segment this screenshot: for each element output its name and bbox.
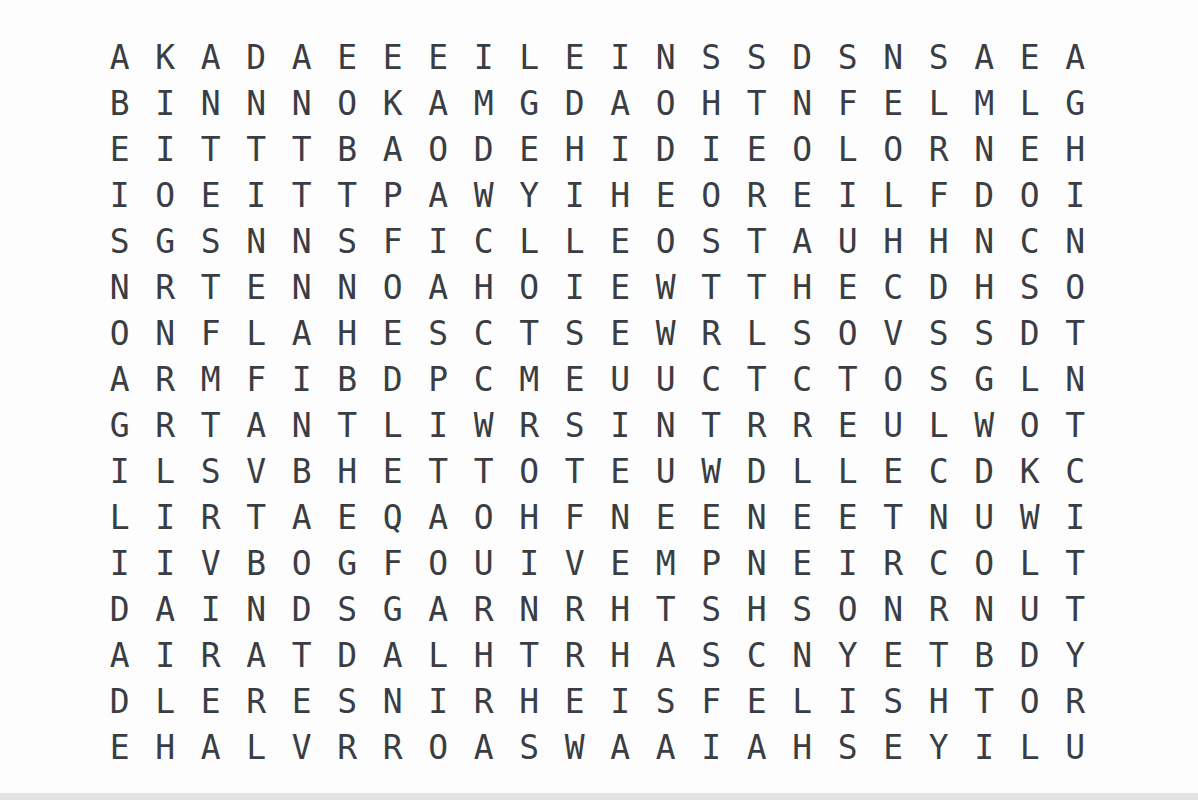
grid-cell[interactable]: L <box>97 494 143 540</box>
grid-cell[interactable]: S <box>780 310 826 356</box>
grid-cell[interactable]: T <box>416 448 462 494</box>
grid-cell[interactable]: I <box>97 540 143 586</box>
grid-cell[interactable]: N <box>279 218 325 264</box>
grid-cell[interactable]: A <box>416 172 462 218</box>
grid-cell[interactable]: N <box>598 494 644 540</box>
grid-cell[interactable]: O <box>416 724 462 770</box>
grid-cell[interactable]: A <box>461 724 507 770</box>
grid-cell[interactable]: K <box>1007 448 1053 494</box>
grid-cell[interactable]: U <box>598 356 644 402</box>
grid-cell[interactable]: I <box>416 402 462 448</box>
grid-cell[interactable]: G <box>507 80 553 126</box>
grid-cell[interactable]: O <box>97 310 143 356</box>
grid-cell[interactable]: T <box>734 80 780 126</box>
grid-cell[interactable]: P <box>370 172 416 218</box>
grid-cell[interactable]: H <box>461 264 507 310</box>
grid-cell[interactable]: L <box>416 632 462 678</box>
grid-cell[interactable]: A <box>188 34 234 80</box>
grid-cell[interactable]: E <box>325 34 371 80</box>
grid-cell[interactable]: D <box>461 126 507 172</box>
grid-cell[interactable]: H <box>598 586 644 632</box>
grid-cell[interactable]: N <box>279 264 325 310</box>
grid-cell[interactable]: L <box>825 126 871 172</box>
grid-cell[interactable]: W <box>1007 494 1053 540</box>
grid-cell[interactable]: R <box>734 402 780 448</box>
grid-cell[interactable]: S <box>689 34 735 80</box>
grid-cell[interactable]: I <box>552 172 598 218</box>
grid-cell[interactable]: H <box>734 586 780 632</box>
grid-cell[interactable]: A <box>234 402 280 448</box>
grid-cell[interactable]: S <box>325 218 371 264</box>
grid-cell[interactable]: U <box>962 494 1008 540</box>
grid-cell[interactable]: S <box>825 724 871 770</box>
grid-cell[interactable]: S <box>416 310 462 356</box>
grid-cell[interactable]: E <box>416 34 462 80</box>
grid-cell[interactable]: D <box>916 264 962 310</box>
grid-cell[interactable]: R <box>871 540 917 586</box>
grid-cell[interactable]: B <box>234 540 280 586</box>
grid-cell[interactable]: H <box>325 310 371 356</box>
grid-cell[interactable]: I <box>143 80 189 126</box>
grid-cell[interactable]: B <box>279 448 325 494</box>
grid-cell[interactable]: C <box>916 540 962 586</box>
grid-cell[interactable]: B <box>962 632 1008 678</box>
grid-cell[interactable]: U <box>1053 724 1099 770</box>
grid-cell[interactable]: F <box>188 310 234 356</box>
grid-cell[interactable]: E <box>370 310 416 356</box>
grid-cell[interactable]: D <box>370 356 416 402</box>
grid-cell[interactable]: T <box>734 264 780 310</box>
grid-cell[interactable]: S <box>552 402 598 448</box>
grid-cell[interactable]: C <box>689 356 735 402</box>
grid-cell[interactable]: O <box>643 218 689 264</box>
grid-cell[interactable]: H <box>507 678 553 724</box>
grid-cell[interactable]: D <box>325 632 371 678</box>
grid-cell[interactable]: V <box>234 448 280 494</box>
grid-cell[interactable]: E <box>598 310 644 356</box>
grid-cell[interactable]: M <box>461 80 507 126</box>
grid-cell[interactable]: N <box>234 218 280 264</box>
grid-cell[interactable]: G <box>1053 80 1099 126</box>
grid-cell[interactable]: G <box>325 540 371 586</box>
grid-cell[interactable]: A <box>962 34 1008 80</box>
grid-cell[interactable]: R <box>143 402 189 448</box>
grid-cell[interactable]: H <box>325 448 371 494</box>
grid-cell[interactable]: D <box>279 586 325 632</box>
grid-cell[interactable]: L <box>507 34 553 80</box>
grid-cell[interactable]: C <box>461 310 507 356</box>
grid-cell[interactable]: E <box>598 264 644 310</box>
grid-cell[interactable]: K <box>370 80 416 126</box>
grid-cell[interactable]: O <box>416 540 462 586</box>
grid-cell[interactable]: N <box>962 586 1008 632</box>
grid-cell[interactable]: A <box>279 310 325 356</box>
grid-cell[interactable]: N <box>507 586 553 632</box>
grid-cell[interactable]: L <box>780 448 826 494</box>
grid-cell[interactable]: E <box>598 540 644 586</box>
grid-cell[interactable]: B <box>325 126 371 172</box>
grid-cell[interactable]: U <box>871 402 917 448</box>
grid-cell[interactable]: I <box>279 356 325 402</box>
grid-cell[interactable]: E <box>1007 34 1053 80</box>
grid-cell[interactable]: N <box>871 586 917 632</box>
grid-cell[interactable]: C <box>461 356 507 402</box>
grid-cell[interactable]: A <box>97 632 143 678</box>
grid-cell[interactable]: T <box>1053 310 1099 356</box>
grid-cell[interactable]: R <box>1053 678 1099 724</box>
grid-cell[interactable]: F <box>370 540 416 586</box>
grid-cell[interactable]: N <box>1053 218 1099 264</box>
grid-cell[interactable]: A <box>279 34 325 80</box>
grid-cell[interactable]: N <box>370 678 416 724</box>
grid-cell[interactable]: E <box>643 172 689 218</box>
grid-cell[interactable]: C <box>780 356 826 402</box>
grid-cell[interactable]: D <box>1007 632 1053 678</box>
grid-cell[interactable]: R <box>507 402 553 448</box>
grid-cell[interactable]: H <box>598 632 644 678</box>
grid-cell[interactable]: N <box>97 264 143 310</box>
grid-cell[interactable]: E <box>552 34 598 80</box>
grid-cell[interactable]: N <box>234 80 280 126</box>
grid-cell[interactable]: O <box>461 494 507 540</box>
grid-cell[interactable]: N <box>780 632 826 678</box>
grid-cell[interactable]: R <box>370 724 416 770</box>
grid-cell[interactable]: L <box>916 80 962 126</box>
grid-cell[interactable]: I <box>825 172 871 218</box>
grid-cell[interactable]: M <box>507 356 553 402</box>
grid-cell[interactable]: E <box>871 724 917 770</box>
grid-cell[interactable]: N <box>234 586 280 632</box>
grid-cell[interactable]: S <box>689 218 735 264</box>
grid-cell[interactable]: S <box>325 678 371 724</box>
grid-cell[interactable]: T <box>825 356 871 402</box>
grid-cell[interactable]: O <box>871 356 917 402</box>
grid-cell[interactable]: T <box>871 494 917 540</box>
grid-cell[interactable]: T <box>1053 586 1099 632</box>
grid-cell[interactable]: T <box>188 402 234 448</box>
grid-cell[interactable]: E <box>780 540 826 586</box>
grid-cell[interactable]: I <box>143 632 189 678</box>
grid-cell[interactable]: A <box>97 34 143 80</box>
grid-cell[interactable]: S <box>916 356 962 402</box>
grid-cell[interactable]: E <box>825 402 871 448</box>
grid-cell[interactable]: I <box>598 126 644 172</box>
grid-cell[interactable]: O <box>780 126 826 172</box>
grid-cell[interactable]: T <box>689 264 735 310</box>
grid-cell[interactable]: S <box>1007 264 1053 310</box>
grid-cell[interactable]: M <box>962 80 1008 126</box>
grid-cell[interactable]: E <box>780 494 826 540</box>
grid-cell[interactable]: I <box>97 448 143 494</box>
grid-cell[interactable]: W <box>552 724 598 770</box>
grid-cell[interactable]: E <box>871 448 917 494</box>
grid-cell[interactable]: O <box>507 448 553 494</box>
grid-cell[interactable]: I <box>825 540 871 586</box>
grid-cell[interactable]: P <box>416 356 462 402</box>
grid-cell[interactable]: H <box>507 494 553 540</box>
grid-cell[interactable]: I <box>1053 172 1099 218</box>
grid-cell[interactable]: E <box>825 264 871 310</box>
grid-cell[interactable]: O <box>279 540 325 586</box>
grid-cell[interactable]: E <box>734 126 780 172</box>
grid-cell[interactable]: A <box>234 632 280 678</box>
grid-cell[interactable]: U <box>825 218 871 264</box>
grid-cell[interactable]: I <box>825 678 871 724</box>
grid-cell[interactable]: T <box>507 310 553 356</box>
grid-cell[interactable]: T <box>552 448 598 494</box>
grid-cell[interactable]: S <box>916 34 962 80</box>
grid-cell[interactable]: W <box>461 172 507 218</box>
grid-cell[interactable]: E <box>643 494 689 540</box>
grid-cell[interactable]: L <box>871 172 917 218</box>
grid-cell[interactable]: S <box>689 586 735 632</box>
grid-cell[interactable]: O <box>825 586 871 632</box>
grid-cell[interactable]: S <box>825 34 871 80</box>
grid-cell[interactable]: N <box>871 34 917 80</box>
grid-cell[interactable]: A <box>780 218 826 264</box>
grid-cell[interactable]: A <box>143 586 189 632</box>
grid-cell[interactable]: N <box>279 80 325 126</box>
grid-cell[interactable]: T <box>279 632 325 678</box>
grid-cell[interactable]: G <box>370 586 416 632</box>
grid-cell[interactable]: T <box>461 448 507 494</box>
grid-cell[interactable]: A <box>188 724 234 770</box>
grid-cell[interactable]: N <box>643 402 689 448</box>
grid-cell[interactable]: A <box>370 632 416 678</box>
grid-cell[interactable]: N <box>188 80 234 126</box>
grid-cell[interactable]: W <box>461 402 507 448</box>
grid-cell[interactable]: N <box>734 494 780 540</box>
grid-cell[interactable]: T <box>507 632 553 678</box>
grid-cell[interactable]: E <box>97 126 143 172</box>
grid-cell[interactable]: R <box>916 586 962 632</box>
grid-cell[interactable]: N <box>962 218 1008 264</box>
grid-cell[interactable]: T <box>234 126 280 172</box>
grid-cell[interactable]: R <box>916 126 962 172</box>
grid-cell[interactable]: I <box>689 724 735 770</box>
grid-cell[interactable]: H <box>916 218 962 264</box>
grid-cell[interactable]: V <box>188 540 234 586</box>
grid-cell[interactable]: I <box>689 126 735 172</box>
grid-cell[interactable]: E <box>734 678 780 724</box>
grid-cell[interactable]: O <box>507 264 553 310</box>
grid-cell[interactable]: D <box>552 80 598 126</box>
grid-cell[interactable]: I <box>598 34 644 80</box>
grid-cell[interactable]: D <box>97 586 143 632</box>
grid-cell[interactable]: H <box>461 632 507 678</box>
grid-cell[interactable]: S <box>325 586 371 632</box>
grid-cell[interactable]: R <box>143 356 189 402</box>
grid-cell[interactable]: N <box>962 126 1008 172</box>
grid-cell[interactable]: H <box>962 264 1008 310</box>
grid-cell[interactable]: L <box>507 218 553 264</box>
grid-cell[interactable]: M <box>188 356 234 402</box>
grid-cell[interactable]: L <box>825 448 871 494</box>
grid-cell[interactable]: E <box>188 678 234 724</box>
grid-cell[interactable]: O <box>416 126 462 172</box>
grid-cell[interactable]: A <box>416 80 462 126</box>
grid-cell[interactable]: E <box>370 448 416 494</box>
grid-cell[interactable]: L <box>234 724 280 770</box>
grid-cell[interactable]: C <box>461 218 507 264</box>
grid-cell[interactable]: E <box>1007 126 1053 172</box>
grid-cell[interactable]: U <box>643 448 689 494</box>
grid-cell[interactable]: T <box>279 126 325 172</box>
grid-cell[interactable]: T <box>188 264 234 310</box>
grid-cell[interactable]: I <box>962 724 1008 770</box>
grid-cell[interactable]: K <box>143 34 189 80</box>
grid-cell[interactable]: N <box>643 34 689 80</box>
grid-cell[interactable]: H <box>871 218 917 264</box>
grid-cell[interactable]: W <box>689 448 735 494</box>
grid-cell[interactable]: R <box>234 678 280 724</box>
grid-cell[interactable]: E <box>279 678 325 724</box>
grid-cell[interactable]: D <box>1007 310 1053 356</box>
grid-cell[interactable]: E <box>552 678 598 724</box>
grid-cell[interactable]: N <box>780 80 826 126</box>
grid-cell[interactable]: C <box>1007 218 1053 264</box>
grid-cell[interactable]: I <box>1053 494 1099 540</box>
grid-cell[interactable]: T <box>689 402 735 448</box>
grid-cell[interactable]: C <box>916 448 962 494</box>
grid-cell[interactable]: R <box>461 678 507 724</box>
grid-cell[interactable]: C <box>734 632 780 678</box>
grid-cell[interactable]: C <box>1053 448 1099 494</box>
grid-cell[interactable]: I <box>97 172 143 218</box>
grid-cell[interactable]: S <box>734 34 780 80</box>
grid-cell[interactable]: A <box>734 724 780 770</box>
grid-cell[interactable]: I <box>416 678 462 724</box>
grid-cell[interactable]: O <box>1053 264 1099 310</box>
grid-cell[interactable]: H <box>780 264 826 310</box>
grid-cell[interactable]: L <box>1007 724 1053 770</box>
grid-cell[interactable]: L <box>234 310 280 356</box>
grid-cell[interactable]: S <box>780 586 826 632</box>
grid-cell[interactable]: A <box>97 356 143 402</box>
grid-cell[interactable]: E <box>825 494 871 540</box>
grid-cell[interactable]: F <box>825 80 871 126</box>
grid-cell[interactable]: H <box>598 172 644 218</box>
grid-cell[interactable]: V <box>871 310 917 356</box>
grid-cell[interactable]: P <box>689 540 735 586</box>
grid-cell[interactable]: E <box>871 632 917 678</box>
grid-cell[interactable]: R <box>325 724 371 770</box>
grid-cell[interactable]: N <box>143 310 189 356</box>
grid-cell[interactable]: A <box>598 80 644 126</box>
grid-cell[interactable]: S <box>552 310 598 356</box>
grid-cell[interactable]: H <box>916 678 962 724</box>
grid-cell[interactable]: I <box>598 402 644 448</box>
grid-cell[interactable]: R <box>780 402 826 448</box>
grid-cell[interactable]: A <box>279 494 325 540</box>
grid-cell[interactable]: H <box>143 724 189 770</box>
grid-cell[interactable]: E <box>780 172 826 218</box>
grid-cell[interactable]: W <box>643 264 689 310</box>
grid-cell[interactable]: S <box>871 678 917 724</box>
grid-cell[interactable]: O <box>825 310 871 356</box>
grid-cell[interactable]: B <box>97 80 143 126</box>
grid-cell[interactable]: E <box>689 494 735 540</box>
grid-cell[interactable]: I <box>461 34 507 80</box>
grid-cell[interactable]: O <box>143 172 189 218</box>
grid-cell[interactable]: G <box>97 402 143 448</box>
grid-cell[interactable]: B <box>325 356 371 402</box>
grid-cell[interactable]: Y <box>916 724 962 770</box>
grid-cell[interactable]: A <box>598 724 644 770</box>
grid-cell[interactable]: O <box>1007 678 1053 724</box>
grid-cell[interactable]: T <box>279 172 325 218</box>
grid-cell[interactable]: R <box>689 310 735 356</box>
grid-cell[interactable]: V <box>279 724 325 770</box>
grid-cell[interactable]: N <box>916 494 962 540</box>
grid-cell[interactable]: I <box>143 540 189 586</box>
grid-cell[interactable]: F <box>689 678 735 724</box>
grid-cell[interactable]: E <box>97 724 143 770</box>
grid-cell[interactable]: I <box>234 172 280 218</box>
grid-cell[interactable]: D <box>97 678 143 724</box>
grid-cell[interactable]: F <box>370 218 416 264</box>
grid-cell[interactable]: O <box>325 80 371 126</box>
grid-cell[interactable]: Q <box>370 494 416 540</box>
grid-cell[interactable]: E <box>325 494 371 540</box>
grid-cell[interactable]: I <box>598 678 644 724</box>
grid-cell[interactable]: R <box>461 586 507 632</box>
grid-cell[interactable]: O <box>643 80 689 126</box>
grid-cell[interactable]: L <box>1007 356 1053 402</box>
grid-cell[interactable]: Y <box>825 632 871 678</box>
grid-cell[interactable]: T <box>325 402 371 448</box>
grid-cell[interactable]: T <box>734 356 780 402</box>
grid-cell[interactable]: L <box>552 218 598 264</box>
grid-cell[interactable]: G <box>962 356 1008 402</box>
grid-cell[interactable]: O <box>1007 402 1053 448</box>
grid-cell[interactable]: E <box>370 34 416 80</box>
grid-cell[interactable]: R <box>188 632 234 678</box>
grid-cell[interactable]: R <box>552 586 598 632</box>
grid-cell[interactable]: T <box>962 678 1008 724</box>
grid-cell[interactable]: E <box>598 218 644 264</box>
grid-cell[interactable]: L <box>916 402 962 448</box>
grid-cell[interactable]: U <box>1007 586 1053 632</box>
grid-cell[interactable]: R <box>188 494 234 540</box>
grid-cell[interactable]: H <box>689 80 735 126</box>
grid-cell[interactable]: F <box>234 356 280 402</box>
grid-cell[interactable]: S <box>188 218 234 264</box>
grid-cell[interactable]: F <box>552 494 598 540</box>
grid-cell[interactable]: H <box>552 126 598 172</box>
grid-cell[interactable]: H <box>780 724 826 770</box>
grid-cell[interactable]: A <box>370 126 416 172</box>
grid-cell[interactable]: N <box>325 264 371 310</box>
grid-cell[interactable]: T <box>734 218 780 264</box>
grid-cell[interactable]: G <box>143 218 189 264</box>
grid-cell[interactable]: T <box>643 586 689 632</box>
grid-cell[interactable]: I <box>143 126 189 172</box>
grid-cell[interactable]: O <box>962 540 1008 586</box>
grid-cell[interactable]: I <box>143 494 189 540</box>
grid-cell[interactable]: E <box>871 80 917 126</box>
grid-cell[interactable]: T <box>916 632 962 678</box>
grid-cell[interactable]: L <box>1007 540 1053 586</box>
grid-cell[interactable]: S <box>916 310 962 356</box>
grid-cell[interactable]: D <box>643 126 689 172</box>
grid-cell[interactable]: V <box>552 540 598 586</box>
grid-cell[interactable]: S <box>962 310 1008 356</box>
grid-cell[interactable]: T <box>325 172 371 218</box>
grid-cell[interactable]: A <box>643 724 689 770</box>
grid-cell[interactable]: E <box>507 126 553 172</box>
grid-cell[interactable]: R <box>552 632 598 678</box>
